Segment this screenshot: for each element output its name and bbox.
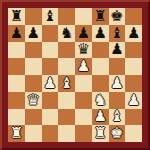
piece-black-pawn[interactable]: ♟: [127, 25, 140, 40]
square-g4[interactable]: ♟: [109, 75, 126, 92]
square-b4[interactable]: [25, 75, 42, 92]
square-e5[interactable]: ♟: [75, 58, 92, 75]
square-h8[interactable]: [125, 8, 142, 25]
square-d2[interactable]: [58, 109, 75, 126]
square-a7[interactable]: ♟: [8, 25, 25, 42]
piece-white-king[interactable]: ♚: [110, 126, 123, 141]
square-c5[interactable]: [42, 58, 59, 75]
square-d5[interactable]: [58, 58, 75, 75]
piece-black-knight[interactable]: ♞: [60, 25, 73, 40]
square-f3[interactable]: ♞: [92, 92, 109, 109]
square-e7[interactable]: ♟: [75, 25, 92, 42]
square-e2[interactable]: [75, 109, 92, 126]
square-a1[interactable]: ♜: [8, 125, 25, 142]
piece-black-queen[interactable]: ♛: [77, 42, 90, 57]
piece-black-bishop[interactable]: ♝: [43, 8, 56, 23]
square-g2[interactable]: ♝: [109, 109, 126, 126]
square-d8[interactable]: [58, 8, 75, 25]
square-a4[interactable]: [8, 75, 25, 92]
square-f5[interactable]: [92, 58, 109, 75]
square-f1[interactable]: ♜: [92, 125, 109, 142]
piece-black-rook[interactable]: ♜: [93, 8, 106, 23]
piece-black-rook[interactable]: ♜: [10, 8, 23, 23]
square-h1[interactable]: [125, 125, 142, 142]
piece-white-pawn[interactable]: ♟: [127, 92, 140, 107]
square-c3[interactable]: [42, 92, 59, 109]
piece-white-knight[interactable]: ♞: [93, 92, 106, 107]
square-f8[interactable]: ♜: [92, 8, 109, 25]
square-e3[interactable]: [75, 92, 92, 109]
piece-black-king[interactable]: ♚: [110, 8, 123, 23]
piece-white-queen[interactable]: ♛: [26, 92, 39, 107]
square-h5[interactable]: [125, 58, 142, 75]
square-d7[interactable]: ♞: [58, 25, 75, 42]
square-e8[interactable]: [75, 8, 92, 25]
square-d6[interactable]: [58, 42, 75, 59]
piece-black-pawn[interactable]: ♟: [77, 25, 90, 40]
square-h7[interactable]: ♟: [125, 25, 142, 42]
piece-white-pawn[interactable]: ♟: [110, 75, 123, 90]
square-g6[interactable]: ♟: [109, 42, 126, 59]
square-h4[interactable]: [125, 75, 142, 92]
piece-black-pawn[interactable]: ♟: [110, 42, 123, 57]
square-f4[interactable]: [92, 75, 109, 92]
piece-white-pawn[interactable]: ♟: [77, 59, 90, 74]
square-e4[interactable]: [75, 75, 92, 92]
square-e6[interactable]: ♛: [75, 42, 92, 59]
piece-black-pawn[interactable]: ♟: [10, 25, 23, 40]
piece-white-pawn[interactable]: ♟: [43, 75, 56, 90]
piece-white-rook[interactable]: ♜: [10, 126, 23, 141]
square-b6[interactable]: [25, 42, 42, 59]
square-f6[interactable]: [92, 42, 109, 59]
square-h6[interactable]: [125, 42, 142, 59]
square-c6[interactable]: [42, 42, 59, 59]
square-g1[interactable]: ♚: [109, 125, 126, 142]
square-c4[interactable]: ♟: [42, 75, 59, 92]
square-c8[interactable]: ♝: [42, 8, 59, 25]
square-b7[interactable]: ♟: [25, 25, 42, 42]
piece-white-bishop[interactable]: ♝: [60, 75, 73, 90]
square-b3[interactable]: ♛: [25, 92, 42, 109]
piece-white-bishop[interactable]: ♝: [110, 109, 123, 124]
square-b8[interactable]: [25, 8, 42, 25]
square-g8[interactable]: ♚: [109, 8, 126, 25]
piece-black-pawn[interactable]: ♟: [93, 25, 106, 40]
square-b2[interactable]: [25, 109, 42, 126]
chess-board: ♜♝♜♚♟♟♞♟♟♝♟♛♟♟♟♝♟♛♞♟♟♝♜♜♚: [8, 8, 142, 142]
square-g5[interactable]: [109, 58, 126, 75]
square-a5[interactable]: [8, 58, 25, 75]
square-e1[interactable]: [75, 125, 92, 142]
square-c2[interactable]: [42, 109, 59, 126]
square-c1[interactable]: [42, 125, 59, 142]
piece-white-pawn[interactable]: ♟: [93, 109, 106, 124]
board-frame: ♜♝♜♚♟♟♞♟♟♝♟♛♟♟♟♝♟♛♞♟♟♝♜♜♚: [0, 0, 150, 150]
square-f2[interactable]: ♟: [92, 109, 109, 126]
square-f7[interactable]: ♟: [92, 25, 109, 42]
square-a8[interactable]: ♜: [8, 8, 25, 25]
square-b5[interactable]: [25, 58, 42, 75]
square-g3[interactable]: [109, 92, 126, 109]
square-g7[interactable]: ♝: [109, 25, 126, 42]
square-a3[interactable]: [8, 92, 25, 109]
square-h3[interactable]: ♟: [125, 92, 142, 109]
square-b1[interactable]: [25, 125, 42, 142]
square-d3[interactable]: [58, 92, 75, 109]
square-c7[interactable]: [42, 25, 59, 42]
piece-black-pawn[interactable]: ♟: [26, 25, 39, 40]
square-a6[interactable]: [8, 42, 25, 59]
piece-white-rook[interactable]: ♜: [93, 126, 106, 141]
square-d1[interactable]: [58, 125, 75, 142]
piece-black-bishop[interactable]: ♝: [110, 25, 123, 40]
square-d4[interactable]: ♝: [58, 75, 75, 92]
square-a2[interactable]: [8, 109, 25, 126]
square-h2[interactable]: [125, 109, 142, 126]
